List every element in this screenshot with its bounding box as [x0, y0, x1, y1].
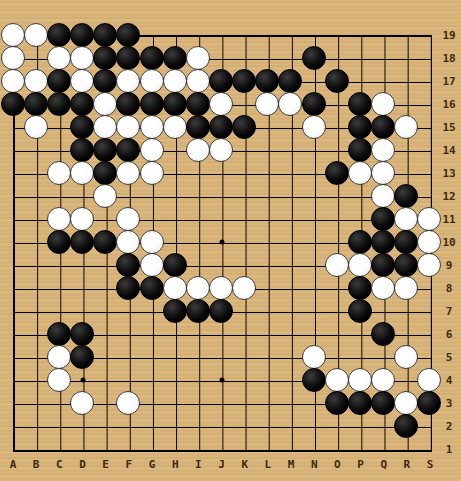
intersection-P18[interactable]	[348, 46, 371, 69]
intersection-C19[interactable]	[47, 23, 70, 46]
intersection-E4[interactable]	[94, 368, 117, 391]
intersection-A6[interactable]	[1, 322, 24, 345]
intersection-M19[interactable]	[279, 23, 302, 46]
intersection-K9[interactable]	[233, 253, 256, 276]
intersection-P9[interactable]	[348, 253, 371, 276]
intersection-K19[interactable]	[233, 23, 256, 46]
intersection-J4[interactable]	[209, 368, 232, 391]
intersection-P4[interactable]	[348, 368, 371, 391]
intersection-D15[interactable]	[70, 115, 93, 138]
intersection-B4[interactable]	[24, 368, 47, 391]
intersection-E10[interactable]	[94, 230, 117, 253]
intersection-S6[interactable]	[418, 322, 441, 345]
intersection-K12[interactable]	[233, 184, 256, 207]
intersection-M6[interactable]	[279, 322, 302, 345]
intersection-K15[interactable]	[233, 115, 256, 138]
intersection-N16[interactable]	[302, 92, 325, 115]
intersection-J13[interactable]	[209, 161, 232, 184]
intersection-A4[interactable]	[1, 368, 24, 391]
intersection-Q2[interactable]	[372, 414, 395, 437]
intersection-E5[interactable]	[94, 345, 117, 368]
intersection-M5[interactable]	[279, 345, 302, 368]
intersection-Q9[interactable]	[372, 253, 395, 276]
intersection-S13[interactable]	[418, 161, 441, 184]
intersection-M14[interactable]	[279, 138, 302, 161]
intersection-F4[interactable]	[117, 368, 140, 391]
intersection-S12[interactable]	[418, 184, 441, 207]
intersection-A18[interactable]	[1, 46, 24, 69]
intersection-A2[interactable]	[1, 414, 24, 437]
intersection-O14[interactable]	[325, 138, 348, 161]
intersection-R15[interactable]	[395, 115, 418, 138]
intersection-Q13[interactable]	[372, 161, 395, 184]
intersection-F10[interactable]	[117, 230, 140, 253]
intersection-G11[interactable]	[140, 207, 163, 230]
intersection-A12[interactable]	[1, 184, 24, 207]
intersection-C2[interactable]	[47, 414, 70, 437]
intersection-H7[interactable]	[163, 299, 186, 322]
intersection-I7[interactable]	[186, 299, 209, 322]
intersection-I13[interactable]	[186, 161, 209, 184]
intersection-C9[interactable]	[47, 253, 70, 276]
intersection-N10[interactable]	[302, 230, 325, 253]
intersection-S15[interactable]	[418, 115, 441, 138]
intersection-H16[interactable]	[163, 92, 186, 115]
intersection-K6[interactable]	[233, 322, 256, 345]
intersection-D10[interactable]	[70, 230, 93, 253]
intersection-L5[interactable]	[256, 345, 279, 368]
intersection-Q11[interactable]	[372, 207, 395, 230]
intersection-G9[interactable]	[140, 253, 163, 276]
intersection-S11[interactable]	[418, 207, 441, 230]
intersection-O17[interactable]	[325, 69, 348, 92]
intersection-O5[interactable]	[325, 345, 348, 368]
intersection-P5[interactable]	[348, 345, 371, 368]
intersection-J8[interactable]	[209, 276, 232, 299]
intersection-R7[interactable]	[395, 299, 418, 322]
intersection-M8[interactable]	[279, 276, 302, 299]
intersection-I2[interactable]	[186, 414, 209, 437]
intersection-S17[interactable]	[418, 69, 441, 92]
intersection-R10[interactable]	[395, 230, 418, 253]
intersection-R4[interactable]	[395, 368, 418, 391]
intersection-O6[interactable]	[325, 322, 348, 345]
intersection-P10[interactable]	[348, 230, 371, 253]
intersection-G12[interactable]	[140, 184, 163, 207]
intersection-R16[interactable]	[395, 92, 418, 115]
intersection-B15[interactable]	[24, 115, 47, 138]
intersection-I6[interactable]	[186, 322, 209, 345]
intersection-J3[interactable]	[209, 391, 232, 414]
intersection-B12[interactable]	[24, 184, 47, 207]
intersection-C13[interactable]	[47, 161, 70, 184]
intersection-G2[interactable]	[140, 414, 163, 437]
intersection-O8[interactable]	[325, 276, 348, 299]
intersection-C14[interactable]	[47, 138, 70, 161]
intersection-I3[interactable]	[186, 391, 209, 414]
intersection-F17[interactable]	[117, 69, 140, 92]
intersection-I15[interactable]	[186, 115, 209, 138]
intersection-N17[interactable]	[302, 69, 325, 92]
intersection-S18[interactable]	[418, 46, 441, 69]
intersection-O3[interactable]	[325, 391, 348, 414]
intersection-D19[interactable]	[70, 23, 93, 46]
intersection-C4[interactable]	[47, 368, 70, 391]
intersection-M4[interactable]	[279, 368, 302, 391]
intersection-L2[interactable]	[256, 414, 279, 437]
intersection-L18[interactable]	[256, 46, 279, 69]
intersection-J18[interactable]	[209, 46, 232, 69]
intersection-Q14[interactable]	[372, 138, 395, 161]
intersection-Q8[interactable]	[372, 276, 395, 299]
intersection-S3[interactable]	[418, 391, 441, 414]
intersection-B8[interactable]	[24, 276, 47, 299]
intersection-H14[interactable]	[163, 138, 186, 161]
intersection-O9[interactable]	[325, 253, 348, 276]
intersection-P7[interactable]	[348, 299, 371, 322]
intersection-C3[interactable]	[47, 391, 70, 414]
intersection-D3[interactable]	[70, 391, 93, 414]
intersection-E6[interactable]	[94, 322, 117, 345]
intersection-S4[interactable]	[418, 368, 441, 391]
intersection-M18[interactable]	[279, 46, 302, 69]
intersection-S2[interactable]	[418, 414, 441, 437]
intersection-A17[interactable]	[1, 69, 24, 92]
intersection-C16[interactable]	[47, 92, 70, 115]
intersection-O16[interactable]	[325, 92, 348, 115]
intersection-B19[interactable]	[24, 23, 47, 46]
intersection-D14[interactable]	[70, 138, 93, 161]
intersection-R19[interactable]	[395, 23, 418, 46]
intersection-N9[interactable]	[302, 253, 325, 276]
intersection-E17[interactable]	[94, 69, 117, 92]
intersection-P2[interactable]	[348, 414, 371, 437]
intersection-S5[interactable]	[418, 345, 441, 368]
intersection-K13[interactable]	[233, 161, 256, 184]
intersection-I9[interactable]	[186, 253, 209, 276]
intersection-I10[interactable]	[186, 230, 209, 253]
intersection-J10[interactable]	[209, 230, 232, 253]
intersection-R8[interactable]	[395, 276, 418, 299]
intersection-M12[interactable]	[279, 184, 302, 207]
intersection-F9[interactable]	[117, 253, 140, 276]
intersection-P13[interactable]	[348, 161, 371, 184]
intersection-N13[interactable]	[302, 161, 325, 184]
intersection-L16[interactable]	[256, 92, 279, 115]
intersection-P16[interactable]	[348, 92, 371, 115]
intersection-A7[interactable]	[1, 299, 24, 322]
intersection-Q15[interactable]	[372, 115, 395, 138]
intersection-E2[interactable]	[94, 414, 117, 437]
intersection-F16[interactable]	[117, 92, 140, 115]
intersection-F18[interactable]	[117, 46, 140, 69]
intersection-Q4[interactable]	[372, 368, 395, 391]
intersection-I18[interactable]	[186, 46, 209, 69]
intersection-Q5[interactable]	[372, 345, 395, 368]
intersection-G6[interactable]	[140, 322, 163, 345]
intersection-J11[interactable]	[209, 207, 232, 230]
intersection-K7[interactable]	[233, 299, 256, 322]
intersection-Q16[interactable]	[372, 92, 395, 115]
intersection-N3[interactable]	[302, 391, 325, 414]
intersection-C10[interactable]	[47, 230, 70, 253]
intersection-F19[interactable]	[117, 23, 140, 46]
intersection-L6[interactable]	[256, 322, 279, 345]
intersection-C6[interactable]	[47, 322, 70, 345]
intersection-G17[interactable]	[140, 69, 163, 92]
intersection-H5[interactable]	[163, 345, 186, 368]
intersection-B14[interactable]	[24, 138, 47, 161]
intersection-M10[interactable]	[279, 230, 302, 253]
intersection-N5[interactable]	[302, 345, 325, 368]
intersection-L19[interactable]	[256, 23, 279, 46]
intersection-C5[interactable]	[47, 345, 70, 368]
intersection-Q18[interactable]	[372, 46, 395, 69]
intersection-J2[interactable]	[209, 414, 232, 437]
intersection-N6[interactable]	[302, 322, 325, 345]
intersection-F8[interactable]	[117, 276, 140, 299]
intersection-G4[interactable]	[140, 368, 163, 391]
intersection-O12[interactable]	[325, 184, 348, 207]
intersection-D17[interactable]	[70, 69, 93, 92]
intersection-D16[interactable]	[70, 92, 93, 115]
intersection-C17[interactable]	[47, 69, 70, 92]
intersection-L11[interactable]	[256, 207, 279, 230]
intersection-H12[interactable]	[163, 184, 186, 207]
intersection-R2[interactable]	[395, 414, 418, 437]
intersection-J7[interactable]	[209, 299, 232, 322]
intersection-K2[interactable]	[233, 414, 256, 437]
intersection-N2[interactable]	[302, 414, 325, 437]
intersection-A3[interactable]	[1, 391, 24, 414]
intersection-N12[interactable]	[302, 184, 325, 207]
intersection-N19[interactable]	[302, 23, 325, 46]
intersection-E8[interactable]	[94, 276, 117, 299]
intersection-G3[interactable]	[140, 391, 163, 414]
intersection-C8[interactable]	[47, 276, 70, 299]
intersection-R6[interactable]	[395, 322, 418, 345]
intersection-M2[interactable]	[279, 414, 302, 437]
intersection-K18[interactable]	[233, 46, 256, 69]
intersection-S10[interactable]	[418, 230, 441, 253]
intersection-K11[interactable]	[233, 207, 256, 230]
intersection-O15[interactable]	[325, 115, 348, 138]
intersection-P11[interactable]	[348, 207, 371, 230]
intersection-E13[interactable]	[94, 161, 117, 184]
intersection-I14[interactable]	[186, 138, 209, 161]
intersection-G19[interactable]	[140, 23, 163, 46]
intersection-I16[interactable]	[186, 92, 209, 115]
intersection-P19[interactable]	[348, 23, 371, 46]
intersection-F2[interactable]	[117, 414, 140, 437]
intersection-D13[interactable]	[70, 161, 93, 184]
intersection-B2[interactable]	[24, 414, 47, 437]
intersection-K5[interactable]	[233, 345, 256, 368]
intersection-A16[interactable]	[1, 92, 24, 115]
intersection-B6[interactable]	[24, 322, 47, 345]
intersection-J19[interactable]	[209, 23, 232, 46]
intersection-C11[interactable]	[47, 207, 70, 230]
intersection-D9[interactable]	[70, 253, 93, 276]
intersection-D12[interactable]	[70, 184, 93, 207]
intersection-R18[interactable]	[395, 46, 418, 69]
intersection-O19[interactable]	[325, 23, 348, 46]
intersection-N14[interactable]	[302, 138, 325, 161]
intersection-D2[interactable]	[70, 414, 93, 437]
intersection-A5[interactable]	[1, 345, 24, 368]
intersection-I5[interactable]	[186, 345, 209, 368]
intersection-F12[interactable]	[117, 184, 140, 207]
intersection-G10[interactable]	[140, 230, 163, 253]
intersection-H3[interactable]	[163, 391, 186, 414]
intersection-G14[interactable]	[140, 138, 163, 161]
intersection-A11[interactable]	[1, 207, 24, 230]
intersection-S14[interactable]	[418, 138, 441, 161]
intersection-Q7[interactable]	[372, 299, 395, 322]
intersection-D11[interactable]	[70, 207, 93, 230]
intersection-P3[interactable]	[348, 391, 371, 414]
intersection-A9[interactable]	[1, 253, 24, 276]
intersection-F7[interactable]	[117, 299, 140, 322]
intersection-L3[interactable]	[256, 391, 279, 414]
intersection-A19[interactable]	[1, 23, 24, 46]
intersection-L17[interactable]	[256, 69, 279, 92]
intersection-B13[interactable]	[24, 161, 47, 184]
intersection-D4[interactable]	[70, 368, 93, 391]
intersection-C12[interactable]	[47, 184, 70, 207]
intersection-E19[interactable]	[94, 23, 117, 46]
intersection-I11[interactable]	[186, 207, 209, 230]
intersection-F5[interactable]	[117, 345, 140, 368]
intersection-A10[interactable]	[1, 230, 24, 253]
intersection-B9[interactable]	[24, 253, 47, 276]
intersection-G13[interactable]	[140, 161, 163, 184]
intersection-J16[interactable]	[209, 92, 232, 115]
intersection-N4[interactable]	[302, 368, 325, 391]
intersection-B10[interactable]	[24, 230, 47, 253]
intersection-R13[interactable]	[395, 161, 418, 184]
intersection-A15[interactable]	[1, 115, 24, 138]
intersection-L13[interactable]	[256, 161, 279, 184]
intersection-E3[interactable]	[94, 391, 117, 414]
intersection-S9[interactable]	[418, 253, 441, 276]
intersection-R3[interactable]	[395, 391, 418, 414]
intersection-H13[interactable]	[163, 161, 186, 184]
intersection-B11[interactable]	[24, 207, 47, 230]
intersection-O11[interactable]	[325, 207, 348, 230]
intersection-F15[interactable]	[117, 115, 140, 138]
intersection-A13[interactable]	[1, 161, 24, 184]
intersection-L9[interactable]	[256, 253, 279, 276]
intersection-I4[interactable]	[186, 368, 209, 391]
intersection-H8[interactable]	[163, 276, 186, 299]
intersection-S8[interactable]	[418, 276, 441, 299]
intersection-F3[interactable]	[117, 391, 140, 414]
intersection-M9[interactable]	[279, 253, 302, 276]
intersection-O18[interactable]	[325, 46, 348, 69]
intersection-G15[interactable]	[140, 115, 163, 138]
intersection-H9[interactable]	[163, 253, 186, 276]
intersection-P15[interactable]	[348, 115, 371, 138]
intersection-E12[interactable]	[94, 184, 117, 207]
intersection-P17[interactable]	[348, 69, 371, 92]
intersection-R11[interactable]	[395, 207, 418, 230]
intersection-G8[interactable]	[140, 276, 163, 299]
intersection-M3[interactable]	[279, 391, 302, 414]
intersection-M15[interactable]	[279, 115, 302, 138]
intersection-Q17[interactable]	[372, 69, 395, 92]
intersection-A14[interactable]	[1, 138, 24, 161]
intersection-E16[interactable]	[94, 92, 117, 115]
intersection-M16[interactable]	[279, 92, 302, 115]
intersection-K10[interactable]	[233, 230, 256, 253]
intersection-D8[interactable]	[70, 276, 93, 299]
intersection-O7[interactable]	[325, 299, 348, 322]
intersection-M13[interactable]	[279, 161, 302, 184]
intersection-Q19[interactable]	[372, 23, 395, 46]
intersection-L7[interactable]	[256, 299, 279, 322]
intersection-I8[interactable]	[186, 276, 209, 299]
intersection-D5[interactable]	[70, 345, 93, 368]
intersection-E7[interactable]	[94, 299, 117, 322]
intersection-O13[interactable]	[325, 161, 348, 184]
intersection-H11[interactable]	[163, 207, 186, 230]
intersection-Q6[interactable]	[372, 322, 395, 345]
intersection-P14[interactable]	[348, 138, 371, 161]
intersection-I17[interactable]	[186, 69, 209, 92]
intersection-Q10[interactable]	[372, 230, 395, 253]
intersection-R9[interactable]	[395, 253, 418, 276]
intersection-I19[interactable]	[186, 23, 209, 46]
intersection-C7[interactable]	[47, 299, 70, 322]
intersection-P12[interactable]	[348, 184, 371, 207]
intersection-E11[interactable]	[94, 207, 117, 230]
intersection-E15[interactable]	[94, 115, 117, 138]
intersection-M7[interactable]	[279, 299, 302, 322]
intersection-J6[interactable]	[209, 322, 232, 345]
intersection-R5[interactable]	[395, 345, 418, 368]
intersection-H17[interactable]	[163, 69, 186, 92]
intersection-K16[interactable]	[233, 92, 256, 115]
intersection-F13[interactable]	[117, 161, 140, 184]
intersection-L15[interactable]	[256, 115, 279, 138]
intersection-P6[interactable]	[348, 322, 371, 345]
intersection-F14[interactable]	[117, 138, 140, 161]
intersection-L12[interactable]	[256, 184, 279, 207]
intersection-K3[interactable]	[233, 391, 256, 414]
intersection-H4[interactable]	[163, 368, 186, 391]
intersection-B16[interactable]	[24, 92, 47, 115]
intersection-G18[interactable]	[140, 46, 163, 69]
intersection-L10[interactable]	[256, 230, 279, 253]
intersection-R12[interactable]	[395, 184, 418, 207]
intersection-F11[interactable]	[117, 207, 140, 230]
intersection-J15[interactable]	[209, 115, 232, 138]
intersection-E9[interactable]	[94, 253, 117, 276]
intersection-N7[interactable]	[302, 299, 325, 322]
intersection-K14[interactable]	[233, 138, 256, 161]
intersection-P8[interactable]	[348, 276, 371, 299]
intersection-J5[interactable]	[209, 345, 232, 368]
intersection-J9[interactable]	[209, 253, 232, 276]
intersection-S7[interactable]	[418, 299, 441, 322]
intersection-M17[interactable]	[279, 69, 302, 92]
intersection-K8[interactable]	[233, 276, 256, 299]
intersection-J14[interactable]	[209, 138, 232, 161]
intersection-H2[interactable]	[163, 414, 186, 437]
intersection-N8[interactable]	[302, 276, 325, 299]
intersection-Q3[interactable]	[372, 391, 395, 414]
